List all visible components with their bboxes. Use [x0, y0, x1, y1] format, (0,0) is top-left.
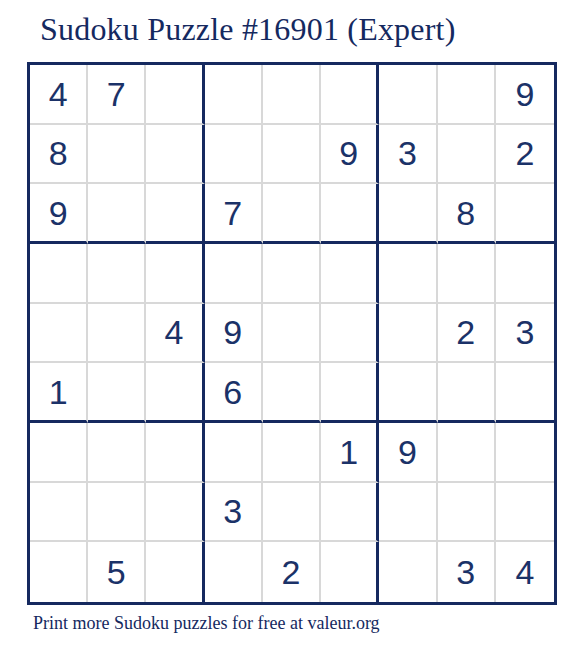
cell-r9c3-empty	[146, 542, 204, 602]
cell-r8c3-empty	[146, 483, 204, 543]
cell-r5c2-empty	[88, 304, 146, 364]
cell-r4c9-empty	[496, 244, 554, 304]
cell-r1c9-given-9: 9	[496, 65, 554, 125]
cell-r6c5-empty	[263, 363, 321, 423]
cell-r1c3-empty	[146, 65, 204, 125]
cell-r7c7-given-9: 9	[379, 423, 437, 483]
cell-r2c5-empty	[263, 125, 321, 185]
cell-r4c7-empty	[379, 244, 437, 304]
cell-r9c6-empty	[321, 542, 379, 602]
cell-r6c2-empty	[88, 363, 146, 423]
cell-r6c3-empty	[146, 363, 204, 423]
cell-r4c4-empty	[205, 244, 263, 304]
cell-r9c7-empty	[379, 542, 437, 602]
cell-r2c2-empty	[88, 125, 146, 185]
cell-r4c3-empty	[146, 244, 204, 304]
cell-r5c3-given-4: 4	[146, 304, 204, 364]
cell-r2c7-given-3: 3	[379, 125, 437, 185]
cell-r6c7-empty	[379, 363, 437, 423]
cell-r1c5-empty	[263, 65, 321, 125]
cell-r1c8-empty	[438, 65, 496, 125]
cell-r9c9-given-4: 4	[496, 542, 554, 602]
cell-r8c6-empty	[321, 483, 379, 543]
cell-r1c7-empty	[379, 65, 437, 125]
page-title: Sudoku Puzzle #16901 (Expert)	[40, 11, 456, 48]
cell-r9c4-empty	[205, 542, 263, 602]
cell-r8c8-empty	[438, 483, 496, 543]
cell-r7c6-given-1: 1	[321, 423, 379, 483]
cell-r4c6-empty	[321, 244, 379, 304]
cell-r9c1-empty	[30, 542, 88, 602]
cell-r3c1-given-9: 9	[30, 184, 88, 244]
cell-r9c5-given-2: 2	[263, 542, 321, 602]
cell-r7c9-empty	[496, 423, 554, 483]
cell-r7c3-empty	[146, 423, 204, 483]
cell-r4c2-empty	[88, 244, 146, 304]
cell-r3c3-empty	[146, 184, 204, 244]
cell-r6c8-empty	[438, 363, 496, 423]
cell-r1c6-empty	[321, 65, 379, 125]
cell-r4c8-empty	[438, 244, 496, 304]
footer-text: Print more Sudoku puzzles for free at va…	[33, 613, 380, 634]
cell-r6c1-given-1: 1	[30, 363, 88, 423]
sudoku-page: Sudoku Puzzle #16901 (Expert) 4798932978…	[0, 0, 580, 651]
cell-r5c1-empty	[30, 304, 88, 364]
sudoku-board: 47989329784923161935234	[27, 62, 557, 605]
cell-r5c9-given-3: 3	[496, 304, 554, 364]
cell-r2c9-given-2: 2	[496, 125, 554, 185]
cell-r3c5-empty	[263, 184, 321, 244]
cell-r6c6-empty	[321, 363, 379, 423]
cell-r3c9-empty	[496, 184, 554, 244]
cell-r3c7-empty	[379, 184, 437, 244]
cell-r5c5-empty	[263, 304, 321, 364]
cell-r7c8-empty	[438, 423, 496, 483]
cell-r5c8-given-2: 2	[438, 304, 496, 364]
cell-r8c4-given-3: 3	[205, 483, 263, 543]
cell-r7c2-empty	[88, 423, 146, 483]
cell-r7c5-empty	[263, 423, 321, 483]
cell-r5c6-empty	[321, 304, 379, 364]
cell-r3c2-empty	[88, 184, 146, 244]
cell-r8c2-empty	[88, 483, 146, 543]
cell-r8c5-empty	[263, 483, 321, 543]
cell-r6c9-empty	[496, 363, 554, 423]
cell-r2c8-empty	[438, 125, 496, 185]
cell-r1c4-empty	[205, 65, 263, 125]
cell-r3c8-given-8: 8	[438, 184, 496, 244]
cell-r7c4-empty	[205, 423, 263, 483]
cell-r9c8-given-3: 3	[438, 542, 496, 602]
cell-r8c1-empty	[30, 483, 88, 543]
cell-r3c6-empty	[321, 184, 379, 244]
cell-r9c2-given-5: 5	[88, 542, 146, 602]
cell-r2c1-given-8: 8	[30, 125, 88, 185]
cell-r2c6-given-9: 9	[321, 125, 379, 185]
cell-r4c1-empty	[30, 244, 88, 304]
cell-r7c1-empty	[30, 423, 88, 483]
cell-r5c7-empty	[379, 304, 437, 364]
cell-r1c2-given-7: 7	[88, 65, 146, 125]
cell-r1c1-given-4: 4	[30, 65, 88, 125]
cell-r3c4-given-7: 7	[205, 184, 263, 244]
cell-r8c9-empty	[496, 483, 554, 543]
cell-r2c4-empty	[205, 125, 263, 185]
cell-r8c7-empty	[379, 483, 437, 543]
cell-r2c3-empty	[146, 125, 204, 185]
cell-r6c4-given-6: 6	[205, 363, 263, 423]
cell-r4c5-empty	[263, 244, 321, 304]
cell-r5c4-given-9: 9	[205, 304, 263, 364]
